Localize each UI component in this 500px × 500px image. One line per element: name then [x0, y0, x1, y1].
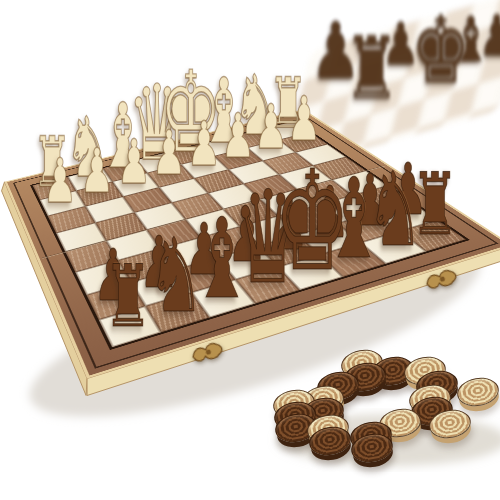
checkers-pile	[0, 0, 500, 500]
checker-disc-light	[455, 375, 500, 410]
product-photo-scene: ♟♜♟♚♝♟ ♜♞♝♛♚♝♞♜♟♟♟♟♟♟♟♟♟♟♟♟♟♟♟♟♜♞♝♛♚♝♞♜	[0, 0, 500, 500]
